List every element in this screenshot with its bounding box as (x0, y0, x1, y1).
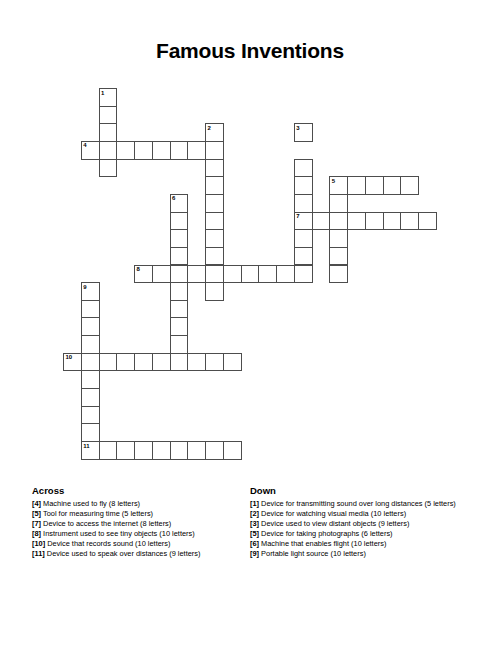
grid-cell[interactable] (170, 335, 189, 354)
grid-cell[interactable] (81, 335, 100, 354)
grid-cell[interactable] (205, 229, 224, 248)
grid-cell[interactable] (170, 247, 189, 266)
grid-cell[interactable] (294, 176, 313, 195)
clue-number-label: 2 (208, 125, 211, 131)
grid-cell[interactable]: 3 (294, 123, 313, 142)
grid-cell[interactable] (294, 247, 313, 266)
grid-cell[interactable] (152, 265, 171, 284)
down-clue: [6] Machine that enables flight (10 lett… (250, 539, 472, 549)
grid-cell[interactable] (170, 300, 189, 319)
grid-cell[interactable] (205, 441, 224, 460)
clue-number: [3] (250, 519, 259, 528)
down-clues-section: Down [1] Device for transmitting sound o… (250, 485, 472, 559)
grid-cell[interactable] (347, 176, 366, 195)
clue-number: [10] (32, 539, 45, 548)
grid-cell[interactable] (81, 423, 100, 442)
clue-number-label: 3 (296, 125, 299, 131)
grid-cell[interactable]: 9 (81, 282, 100, 301)
grid-cell[interactable]: 4 (81, 141, 100, 160)
across-clue: [4] Machine used to fly (8 letters) (32, 499, 248, 509)
down-clue: [5] Device for taking photographs (6 let… (250, 529, 472, 539)
grid-cell[interactable] (205, 282, 224, 301)
grid-cell[interactable] (170, 212, 189, 231)
grid-cell[interactable] (294, 194, 313, 213)
across-clue: [7] Device to access the internet (8 let… (32, 519, 248, 529)
grid-cell[interactable] (170, 229, 189, 248)
grid-cell[interactable] (418, 212, 437, 231)
grid-cell[interactable] (187, 353, 206, 372)
grid-cell[interactable] (205, 176, 224, 195)
clue-number: [5] (250, 529, 259, 538)
grid-cell[interactable] (134, 441, 153, 460)
grid-cell[interactable] (116, 441, 135, 460)
down-clue: [2] Device for watching visual media (10… (250, 509, 472, 519)
grid-cell[interactable] (99, 141, 118, 160)
grid-cell[interactable] (116, 141, 135, 160)
grid-cell[interactable] (294, 159, 313, 178)
grid-cell[interactable] (329, 265, 348, 284)
grid-cell[interactable] (187, 265, 206, 284)
grid-cell[interactable]: 6 (170, 194, 189, 213)
grid-cell[interactable] (329, 247, 348, 266)
across-clue-list: [4] Machine used to fly (8 letters)[5] T… (32, 499, 248, 559)
grid-cell[interactable] (329, 212, 348, 231)
grid-cell[interactable] (152, 141, 171, 160)
grid-cell[interactable] (81, 317, 100, 336)
grid-cell[interactable] (134, 141, 153, 160)
grid-cell[interactable] (205, 353, 224, 372)
grid-cell[interactable] (170, 441, 189, 460)
clue-number-label: 11 (83, 443, 89, 449)
across-clue: [8] Instrument used to see tiny objects … (32, 529, 248, 539)
grid-cell[interactable] (276, 265, 295, 284)
grid-cell[interactable] (329, 229, 348, 248)
across-clue: [5] Tool for measuring time (5 letters) (32, 509, 248, 519)
crossword-grid: 1234567891011 (0, 0, 500, 480)
grid-cell[interactable] (347, 212, 366, 231)
grid-cell[interactable] (134, 353, 153, 372)
across-clues-section: Across [4] Machine used to fly (8 letter… (32, 485, 248, 559)
clue-number-label: 9 (83, 284, 86, 290)
clue-number-label: 1 (101, 90, 104, 96)
grid-cell[interactable]: 2 (205, 123, 224, 142)
clue-number: [2] (250, 509, 259, 518)
clue-number: [8] (32, 529, 41, 538)
grid-cell[interactable] (99, 353, 118, 372)
down-clue: [3] Device used to view distant objects … (250, 519, 472, 529)
grid-cell[interactable] (81, 300, 100, 319)
grid-cell[interactable] (99, 106, 118, 125)
grid-cell[interactable] (312, 212, 331, 231)
grid-cell[interactable] (205, 247, 224, 266)
across-clue: [11] Device used to speak over distances… (32, 549, 248, 559)
clue-number-label: 4 (83, 142, 86, 148)
grid-cell[interactable]: 7 (294, 212, 313, 231)
grid-cell[interactable] (223, 441, 242, 460)
grid-cell[interactable] (383, 212, 402, 231)
crossword-page: Famous Inventions 1234567891011 Across [… (0, 0, 500, 647)
down-clue: [9] Portable light source (10 letters) (250, 549, 472, 559)
grid-cell[interactable]: 8 (134, 265, 153, 284)
grid-cell[interactable] (205, 194, 224, 213)
down-clue: [1] Device for transmitting sound over l… (250, 499, 472, 509)
grid-cell[interactable] (187, 441, 206, 460)
grid-cell[interactable] (81, 406, 100, 425)
clue-number: [4] (32, 499, 41, 508)
grid-cell[interactable] (170, 353, 189, 372)
grid-cell[interactable] (365, 176, 384, 195)
clue-number: [6] (250, 539, 259, 548)
grid-cell[interactable]: 11 (81, 441, 100, 460)
grid-cell[interactable] (223, 265, 242, 284)
clue-number: [1] (250, 499, 259, 508)
grid-cell[interactable] (205, 265, 224, 284)
clue-number-label: 10 (66, 354, 73, 360)
clue-number: [9] (250, 549, 259, 558)
grid-cell[interactable] (205, 159, 224, 178)
grid-cell[interactable] (170, 141, 189, 160)
grid-cell[interactable] (294, 265, 313, 284)
grid-cell[interactable] (99, 123, 118, 142)
clue-number: [11] (32, 549, 45, 558)
clue-number: [5] (32, 509, 41, 518)
grid-cell[interactable] (170, 317, 189, 336)
grid-cell[interactable] (81, 353, 100, 372)
grid-cell[interactable]: 1 (99, 88, 118, 107)
grid-cell[interactable]: 10 (63, 353, 82, 372)
grid-cell[interactable]: 5 (329, 176, 348, 195)
down-heading: Down (250, 485, 472, 496)
grid-cell[interactable] (365, 212, 384, 231)
grid-cell[interactable] (81, 370, 100, 389)
grid-cell[interactable] (170, 265, 189, 284)
grid-cell[interactable] (170, 282, 189, 301)
grid-cell[interactable] (400, 212, 419, 231)
grid-cell[interactable] (205, 212, 224, 231)
grid-cell[interactable] (223, 353, 242, 372)
clue-number-label: 7 (296, 213, 299, 219)
grid-cell[interactable] (241, 265, 260, 284)
grid-cell[interactable] (99, 159, 118, 178)
clue-number-label: 8 (137, 266, 140, 272)
grid-cell[interactable] (329, 194, 348, 213)
grid-cell[interactable] (187, 141, 206, 160)
grid-cell[interactable] (116, 353, 135, 372)
clue-number-label: 6 (172, 195, 175, 201)
grid-cell[interactable] (400, 176, 419, 195)
grid-cell[interactable] (152, 441, 171, 460)
grid-cell[interactable] (258, 265, 277, 284)
grid-cell[interactable] (81, 388, 100, 407)
across-clue: [10] Device that records sound (10 lette… (32, 539, 248, 549)
grid-cell[interactable] (205, 141, 224, 160)
down-clue-list: [1] Device for transmitting sound over l… (250, 499, 472, 559)
clue-number-label: 5 (332, 178, 335, 184)
grid-cell[interactable] (294, 229, 313, 248)
grid-cell[interactable] (99, 441, 118, 460)
grid-cell[interactable] (383, 176, 402, 195)
across-heading: Across (32, 485, 248, 496)
clue-number: [7] (32, 519, 41, 528)
grid-cell[interactable] (152, 353, 171, 372)
